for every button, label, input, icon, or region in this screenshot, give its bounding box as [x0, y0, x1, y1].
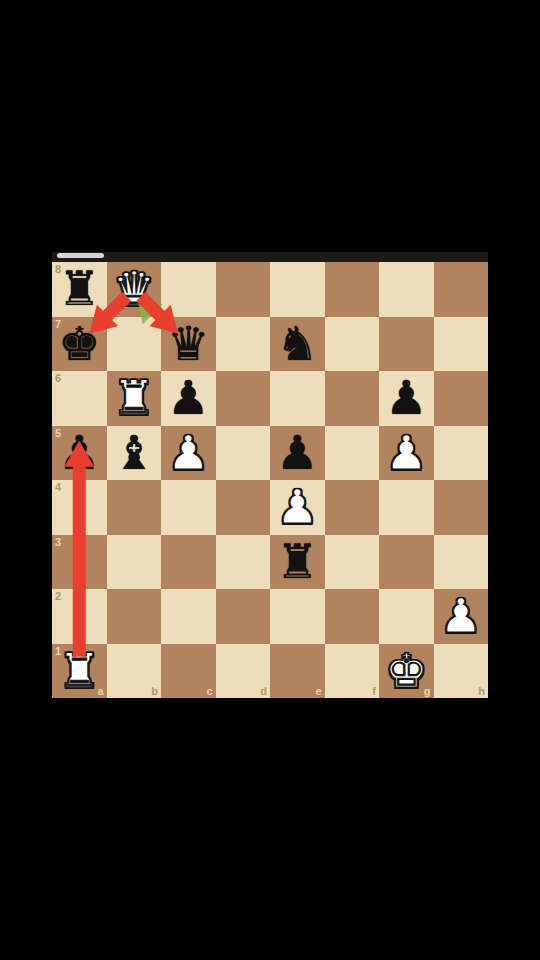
board-square[interactable] — [434, 317, 489, 372]
chess-piece-white-pawn[interactable]: ♟ — [161, 426, 216, 481]
board-square[interactable]: ♝ — [107, 426, 162, 481]
rank-label: 2 — [55, 590, 61, 602]
board-square[interactable]: d — [216, 644, 271, 699]
board-square[interactable] — [379, 317, 434, 372]
board-square[interactable] — [270, 262, 325, 317]
board-square[interactable] — [107, 480, 162, 535]
chess-piece-white-pawn[interactable]: ♟ — [270, 480, 325, 535]
board-square[interactable]: 3 — [52, 535, 107, 590]
board-square[interactable]: c — [161, 644, 216, 699]
chess-piece-black-king[interactable]: ♚ — [52, 317, 107, 372]
board-square[interactable]: ♟ — [379, 371, 434, 426]
board-square[interactable] — [325, 262, 380, 317]
board-square[interactable] — [325, 480, 380, 535]
board-square[interactable] — [379, 480, 434, 535]
board-square[interactable] — [379, 262, 434, 317]
board-square[interactable] — [270, 589, 325, 644]
rank-label: 4 — [55, 481, 61, 493]
board-square[interactable]: ♛ — [161, 317, 216, 372]
board-square[interactable]: e — [270, 644, 325, 699]
board-square[interactable] — [434, 535, 489, 590]
board-square[interactable] — [325, 535, 380, 590]
board-square[interactable]: f — [325, 644, 380, 699]
board-square[interactable] — [107, 535, 162, 590]
chess-piece-black-pawn[interactable]: ♟ — [379, 371, 434, 426]
board-square[interactable] — [216, 426, 271, 481]
board-square[interactable] — [434, 426, 489, 481]
app-background: 8♜♛7♚♛♞6♜♟♟5♟♝♟♟♟4♟3♜2♟1a♜bcdefg♚h — [0, 0, 540, 960]
chess-piece-white-pawn[interactable]: ♟ — [434, 589, 489, 644]
board-square[interactable]: 7♚ — [52, 317, 107, 372]
board-square[interactable] — [216, 589, 271, 644]
board-square[interactable] — [434, 480, 489, 535]
chess-piece-white-queen[interactable]: ♛ — [107, 262, 162, 317]
chess-piece-black-pawn[interactable]: ♟ — [52, 426, 107, 481]
drag-handle — [57, 253, 104, 258]
chess-piece-black-rook[interactable]: ♜ — [270, 535, 325, 590]
file-label: h — [478, 685, 485, 698]
board-square[interactable]: ♟ — [161, 426, 216, 481]
rank-label: 6 — [55, 372, 61, 384]
board-square[interactable] — [379, 535, 434, 590]
rank-label: 3 — [55, 536, 61, 548]
board-square[interactable]: ♜ — [107, 371, 162, 426]
board-square[interactable] — [434, 262, 489, 317]
board-square[interactable]: ♟ — [379, 426, 434, 481]
board-square[interactable]: 6 — [52, 371, 107, 426]
board-square[interactable]: ♟ — [434, 589, 489, 644]
chess-piece-white-pawn[interactable]: ♟ — [379, 426, 434, 481]
board-square[interactable]: h — [434, 644, 489, 699]
board-square[interactable] — [107, 317, 162, 372]
board-square[interactable]: ♟ — [270, 480, 325, 535]
chess-piece-black-rook[interactable]: ♜ — [52, 262, 107, 317]
board-square[interactable]: ♛ — [107, 262, 162, 317]
board-square[interactable] — [161, 535, 216, 590]
board-square[interactable]: 2 — [52, 589, 107, 644]
chess-piece-white-rook[interactable]: ♜ — [52, 644, 107, 699]
chess-piece-white-king[interactable]: ♚ — [379, 644, 434, 699]
board-square[interactable]: ♞ — [270, 317, 325, 372]
board-square[interactable]: g♚ — [379, 644, 434, 699]
board-square[interactable]: 8♜ — [52, 262, 107, 317]
file-label: b — [151, 685, 158, 698]
board-square[interactable] — [107, 589, 162, 644]
board-square[interactable] — [216, 480, 271, 535]
board-square[interactable]: 1a♜ — [52, 644, 107, 699]
board-square[interactable] — [216, 535, 271, 590]
board-square[interactable]: 5♟ — [52, 426, 107, 481]
chess-board: 8♜♛7♚♛♞6♜♟♟5♟♝♟♟♟4♟3♜2♟1a♜bcdefg♚h — [52, 262, 488, 698]
chess-piece-black-pawn[interactable]: ♟ — [161, 371, 216, 426]
file-label: c — [206, 685, 212, 698]
board-square[interactable]: b — [107, 644, 162, 699]
board-square[interactable] — [216, 262, 271, 317]
chess-piece-black-knight[interactable]: ♞ — [270, 317, 325, 372]
file-label: f — [372, 685, 376, 698]
board-square[interactable] — [379, 589, 434, 644]
board-square[interactable]: ♜ — [270, 535, 325, 590]
board-square[interactable]: ♟ — [270, 426, 325, 481]
chess-piece-black-queen[interactable]: ♛ — [161, 317, 216, 372]
board-square[interactable] — [325, 317, 380, 372]
board-square[interactable] — [216, 317, 271, 372]
file-label: d — [260, 685, 267, 698]
board-square[interactable]: ♟ — [161, 371, 216, 426]
board-square[interactable] — [325, 426, 380, 481]
board-square[interactable] — [161, 262, 216, 317]
board-square[interactable] — [434, 371, 489, 426]
board-square[interactable] — [161, 589, 216, 644]
chess-piece-black-pawn[interactable]: ♟ — [270, 426, 325, 481]
board-square[interactable] — [325, 589, 380, 644]
board-square[interactable] — [270, 371, 325, 426]
chess-piece-white-rook[interactable]: ♜ — [107, 371, 162, 426]
board-square[interactable]: 4 — [52, 480, 107, 535]
board-square[interactable] — [216, 371, 271, 426]
file-label: e — [315, 685, 321, 698]
chess-piece-black-bishop[interactable]: ♝ — [107, 426, 162, 481]
board-square[interactable] — [325, 371, 380, 426]
board-square[interactable] — [161, 480, 216, 535]
